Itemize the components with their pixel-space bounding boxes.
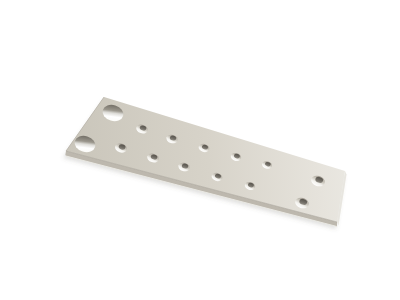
metal-plate-image <box>0 0 400 300</box>
product-photo <box>0 0 400 300</box>
